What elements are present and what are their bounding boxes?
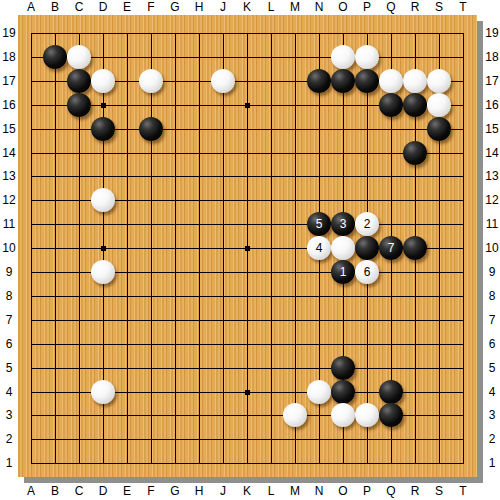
row-label-left-19: 19 bbox=[1, 26, 17, 40]
column-label-top-G: G bbox=[166, 0, 184, 14]
row-label-right-18: 18 bbox=[484, 50, 500, 64]
stone-P9-move-6[interactable]: 6 bbox=[355, 260, 379, 284]
column-label-bottom-G: G bbox=[166, 484, 184, 498]
grid-line-horizontal bbox=[31, 320, 464, 321]
column-label-top-Q: Q bbox=[382, 0, 400, 14]
stone-P18[interactable] bbox=[355, 45, 379, 69]
move-number-label: 5 bbox=[316, 218, 323, 230]
stone-R10[interactable] bbox=[403, 236, 427, 260]
row-label-left-8: 8 bbox=[1, 289, 17, 303]
row-label-left-4: 4 bbox=[1, 385, 17, 399]
column-label-bottom-R: R bbox=[406, 484, 424, 498]
column-label-top-B: B bbox=[46, 0, 64, 14]
star-point-K4 bbox=[245, 390, 250, 395]
column-label-bottom-B: B bbox=[46, 484, 64, 498]
column-label-bottom-M: M bbox=[286, 484, 304, 498]
stone-N10-move-4[interactable]: 4 bbox=[307, 236, 331, 260]
stone-D15[interactable] bbox=[91, 117, 115, 141]
column-label-top-A: A bbox=[22, 0, 40, 14]
column-label-bottom-N: N bbox=[310, 484, 328, 498]
stone-S16[interactable] bbox=[427, 93, 451, 117]
row-label-right-16: 16 bbox=[484, 98, 500, 112]
move-number-label: 2 bbox=[364, 218, 371, 230]
stone-O17[interactable] bbox=[331, 69, 355, 93]
row-label-right-17: 17 bbox=[484, 74, 500, 88]
row-label-left-12: 12 bbox=[1, 193, 17, 207]
column-label-top-R: R bbox=[406, 0, 424, 14]
stone-J17[interactable] bbox=[211, 69, 235, 93]
stone-P17[interactable] bbox=[355, 69, 379, 93]
stone-C17[interactable] bbox=[67, 69, 91, 93]
move-number-label: 1 bbox=[340, 266, 347, 278]
row-label-right-8: 8 bbox=[484, 289, 500, 303]
stone-P11-move-2[interactable]: 2 bbox=[355, 212, 379, 236]
grid-line-horizontal bbox=[31, 344, 464, 345]
column-label-top-T: T bbox=[454, 0, 472, 14]
grid-line-horizontal bbox=[31, 368, 464, 369]
column-label-bottom-T: T bbox=[454, 484, 472, 498]
row-label-left-10: 10 bbox=[1, 241, 17, 255]
row-label-right-1: 1 bbox=[484, 456, 500, 470]
column-label-bottom-O: O bbox=[334, 484, 352, 498]
stone-F17[interactable] bbox=[139, 69, 163, 93]
row-label-right-4: 4 bbox=[484, 385, 500, 399]
column-label-top-C: C bbox=[70, 0, 88, 14]
star-point-D16 bbox=[101, 103, 106, 108]
move-number-label: 3 bbox=[340, 218, 347, 230]
grid-line-vertical bbox=[463, 33, 464, 464]
stone-M3[interactable] bbox=[283, 403, 307, 427]
column-label-top-P: P bbox=[358, 0, 376, 14]
star-point-K10 bbox=[245, 246, 250, 251]
row-label-left-13: 13 bbox=[1, 169, 17, 183]
row-label-left-18: 18 bbox=[1, 50, 17, 64]
grid-line-horizontal bbox=[31, 463, 464, 464]
column-label-top-E: E bbox=[118, 0, 136, 14]
row-label-right-10: 10 bbox=[484, 241, 500, 255]
move-number-label: 7 bbox=[388, 242, 395, 254]
stone-O18[interactable] bbox=[331, 45, 355, 69]
column-label-bottom-Q: Q bbox=[382, 484, 400, 498]
column-label-bottom-H: H bbox=[190, 484, 208, 498]
stone-O10[interactable] bbox=[331, 236, 355, 260]
column-label-bottom-D: D bbox=[94, 484, 112, 498]
column-label-bottom-S: S bbox=[430, 484, 448, 498]
stone-Q17[interactable] bbox=[379, 69, 403, 93]
go-app-screen: ABCDEFGHJKLMNOPQRST ABCDEFGHJKLMNOPQRST … bbox=[0, 0, 500, 500]
stone-C16[interactable] bbox=[67, 93, 91, 117]
column-label-top-J: J bbox=[214, 0, 232, 14]
stone-F15[interactable] bbox=[139, 117, 163, 141]
row-label-left-3: 3 bbox=[1, 408, 17, 422]
move-number-label: 6 bbox=[364, 266, 371, 278]
row-label-right-7: 7 bbox=[484, 313, 500, 327]
stone-S17[interactable] bbox=[427, 69, 451, 93]
row-label-right-5: 5 bbox=[484, 361, 500, 375]
row-label-left-17: 17 bbox=[1, 74, 17, 88]
row-label-left-14: 14 bbox=[1, 146, 17, 160]
stone-R14[interactable] bbox=[403, 141, 427, 165]
stone-Q10-move-7[interactable]: 7 bbox=[379, 236, 403, 260]
stone-D12[interactable] bbox=[91, 188, 115, 212]
grid-line-vertical bbox=[271, 33, 272, 464]
row-label-left-9: 9 bbox=[1, 265, 17, 279]
grid-line-vertical bbox=[295, 33, 296, 464]
move-number-label: 4 bbox=[316, 242, 323, 254]
stone-Q4[interactable] bbox=[379, 380, 403, 404]
stone-N11-move-5[interactable]: 5 bbox=[307, 212, 331, 236]
column-label-bottom-P: P bbox=[358, 484, 376, 498]
column-label-bottom-C: C bbox=[70, 484, 88, 498]
row-label-left-7: 7 bbox=[1, 313, 17, 327]
stone-C18[interactable] bbox=[67, 45, 91, 69]
column-label-top-D: D bbox=[94, 0, 112, 14]
stone-D9[interactable] bbox=[91, 260, 115, 284]
stone-O9-move-1[interactable]: 1 bbox=[331, 260, 355, 284]
stone-N4[interactable] bbox=[307, 380, 331, 404]
column-label-top-K: K bbox=[238, 0, 256, 14]
stone-P3[interactable] bbox=[355, 403, 379, 427]
star-point-K16 bbox=[245, 103, 250, 108]
column-label-top-M: M bbox=[286, 0, 304, 14]
row-label-left-16: 16 bbox=[1, 98, 17, 112]
row-label-right-13: 13 bbox=[484, 169, 500, 183]
column-label-bottom-K: K bbox=[238, 484, 256, 498]
stone-O5[interactable] bbox=[331, 356, 355, 380]
column-label-bottom-F: F bbox=[142, 484, 160, 498]
stone-R16[interactable] bbox=[403, 93, 427, 117]
column-label-top-H: H bbox=[190, 0, 208, 14]
row-label-left-11: 11 bbox=[1, 217, 17, 231]
go-board[interactable]: 5324716 bbox=[18, 15, 477, 477]
stone-D17[interactable] bbox=[91, 69, 115, 93]
row-label-left-1: 1 bbox=[1, 456, 17, 470]
row-label-left-15: 15 bbox=[1, 122, 17, 136]
star-point-D10 bbox=[101, 246, 106, 251]
stone-Q16[interactable] bbox=[379, 93, 403, 117]
column-label-top-O: O bbox=[334, 0, 352, 14]
stone-Q3[interactable] bbox=[379, 403, 403, 427]
row-label-left-5: 5 bbox=[1, 361, 17, 375]
column-label-top-N: N bbox=[310, 0, 328, 14]
row-label-left-2: 2 bbox=[1, 432, 17, 446]
column-label-top-S: S bbox=[430, 0, 448, 14]
stone-N17[interactable] bbox=[307, 69, 331, 93]
row-label-right-14: 14 bbox=[484, 146, 500, 160]
column-label-bottom-L: L bbox=[262, 484, 280, 498]
stone-S15[interactable] bbox=[427, 117, 451, 141]
row-label-right-2: 2 bbox=[484, 432, 500, 446]
stone-O3[interactable] bbox=[331, 403, 355, 427]
grid-line-horizontal bbox=[31, 439, 464, 440]
stone-B18[interactable] bbox=[43, 45, 67, 69]
column-label-top-F: F bbox=[142, 0, 160, 14]
column-label-bottom-J: J bbox=[214, 484, 232, 498]
row-label-right-3: 3 bbox=[484, 408, 500, 422]
stone-O11-move-3[interactable]: 3 bbox=[331, 212, 355, 236]
stone-D4[interactable] bbox=[91, 380, 115, 404]
row-label-right-15: 15 bbox=[484, 122, 500, 136]
column-label-bottom-A: A bbox=[22, 484, 40, 498]
row-label-right-19: 19 bbox=[484, 26, 500, 40]
stone-P10[interactable] bbox=[355, 236, 379, 260]
stone-O4[interactable] bbox=[331, 380, 355, 404]
stone-R17[interactable] bbox=[403, 69, 427, 93]
row-label-right-11: 11 bbox=[484, 217, 500, 231]
row-label-left-6: 6 bbox=[1, 337, 17, 351]
row-label-right-12: 12 bbox=[484, 193, 500, 207]
column-label-top-L: L bbox=[262, 0, 280, 14]
row-label-right-6: 6 bbox=[484, 337, 500, 351]
row-label-right-9: 9 bbox=[484, 265, 500, 279]
grid-line-horizontal bbox=[31, 296, 464, 297]
column-label-bottom-E: E bbox=[118, 484, 136, 498]
